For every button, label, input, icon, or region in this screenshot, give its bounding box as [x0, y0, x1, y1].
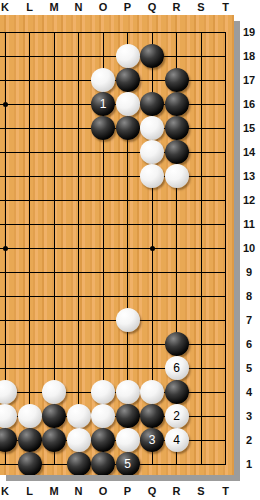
stone-white-O4[interactable]: [91, 380, 115, 404]
stone-white-P7[interactable]: [116, 308, 140, 332]
stone-black-L2[interactable]: [18, 428, 42, 452]
stone-white-P2[interactable]: [116, 428, 140, 452]
grid-hline-14: [0, 152, 226, 153]
row-label-5: 5: [238, 361, 260, 375]
stone-black-M2[interactable]: [42, 428, 66, 452]
col-label-top-L: L: [19, 0, 41, 14]
stone-black-Q18[interactable]: [140, 44, 164, 68]
grid-vline-N: [78, 32, 79, 465]
stone-black-N1[interactable]: [67, 452, 91, 475]
row-label-2: 2: [238, 433, 260, 447]
col-label-top-S: S: [190, 0, 212, 14]
row-label-6: 6: [238, 337, 260, 351]
row-label-19: 19: [238, 25, 260, 39]
stone-black-Q3[interactable]: [140, 404, 164, 428]
row-label-9: 9: [238, 265, 260, 279]
col-label-bottom-P: P: [117, 484, 139, 498]
go-board[interactable]: 162345: [0, 15, 234, 475]
star-point-Q10: [150, 246, 155, 251]
stone-black-Q2[interactable]: 3: [140, 428, 164, 452]
col-label-top-N: N: [68, 0, 90, 14]
grid-hline-18: [0, 56, 226, 57]
row-label-17: 17: [238, 73, 260, 87]
col-label-bottom-Q: Q: [141, 484, 163, 498]
col-label-bottom-R: R: [166, 484, 188, 498]
col-label-top-O: O: [92, 0, 114, 14]
stone-black-R15[interactable]: [165, 116, 189, 140]
grid-hline-12: [0, 200, 226, 201]
star-point-K16: [3, 102, 8, 107]
stone-black-R6[interactable]: [165, 332, 189, 356]
move-number-label: 2: [173, 409, 180, 423]
stone-black-P3[interactable]: [116, 404, 140, 428]
stone-black-P15[interactable]: [116, 116, 140, 140]
stone-black-M3[interactable]: [42, 404, 66, 428]
star-point-K10: [3, 246, 8, 251]
stone-white-N3[interactable]: [67, 404, 91, 428]
col-label-top-K: K: [0, 0, 16, 14]
move-number-label: 5: [124, 457, 131, 471]
grid-hline-19: [0, 32, 226, 33]
col-label-top-M: M: [43, 0, 65, 14]
col-label-bottom-T: T: [215, 484, 237, 498]
move-number-label: 3: [149, 433, 156, 447]
row-label-8: 8: [238, 289, 260, 303]
grid-hline-9: [0, 272, 226, 273]
stone-black-P1[interactable]: 5: [116, 452, 140, 475]
row-label-15: 15: [238, 121, 260, 135]
row-label-10: 10: [238, 241, 260, 255]
grid-vline-S: [201, 32, 202, 465]
grid-vline-T: [225, 32, 226, 465]
col-label-bottom-K: K: [0, 484, 16, 498]
stone-black-Q16[interactable]: [140, 92, 164, 116]
stone-white-L3[interactable]: [18, 404, 42, 428]
move-number-label: 1: [100, 97, 107, 111]
grid-hline-5: [0, 368, 226, 369]
row-label-14: 14: [238, 145, 260, 159]
stone-white-Q13[interactable]: [140, 164, 164, 188]
stone-black-R16[interactable]: [165, 92, 189, 116]
col-label-top-R: R: [166, 0, 188, 14]
row-label-11: 11: [238, 217, 260, 231]
stone-white-P4[interactable]: [116, 380, 140, 404]
stone-white-R13[interactable]: [165, 164, 189, 188]
grid-hline-6: [0, 344, 226, 345]
col-label-bottom-S: S: [190, 484, 212, 498]
move-number-label: 6: [173, 361, 180, 375]
stone-white-O3[interactable]: [91, 404, 115, 428]
grid-hline-11: [0, 224, 226, 225]
stone-white-R3[interactable]: 2: [165, 404, 189, 428]
stone-black-O2[interactable]: [91, 428, 115, 452]
col-label-bottom-L: L: [19, 484, 41, 498]
stone-white-K4[interactable]: [0, 380, 17, 404]
grid-hline-7: [0, 320, 226, 321]
row-label-16: 16: [238, 97, 260, 111]
stone-white-Q14[interactable]: [140, 140, 164, 164]
col-label-top-P: P: [117, 0, 139, 14]
stone-white-R2[interactable]: 4: [165, 428, 189, 452]
row-label-4: 4: [238, 385, 260, 399]
go-diagram: KLMNOPQRST 162345 1918171615141312111098…: [0, 0, 260, 500]
stone-white-R5[interactable]: 6: [165, 356, 189, 380]
stone-black-R4[interactable]: [165, 380, 189, 404]
grid-hline-8: [0, 296, 226, 297]
grid-vline-L: [29, 32, 30, 465]
row-label-3: 3: [238, 409, 260, 423]
grid-hline-13: [0, 176, 226, 177]
row-label-18: 18: [238, 49, 260, 63]
stone-white-N2[interactable]: [67, 428, 91, 452]
stone-white-M4[interactable]: [42, 380, 66, 404]
col-label-bottom-O: O: [92, 484, 114, 498]
row-label-12: 12: [238, 193, 260, 207]
stone-black-K2[interactable]: [0, 428, 17, 452]
row-label-7: 7: [238, 313, 260, 327]
grid-hline-10: [0, 248, 226, 249]
col-label-bottom-M: M: [43, 484, 65, 498]
stone-white-O17[interactable]: [91, 68, 115, 92]
stone-white-Q15[interactable]: [140, 116, 164, 140]
stone-black-O1[interactable]: [91, 452, 115, 475]
stone-white-K3[interactable]: [0, 404, 17, 428]
row-label-1: 1: [238, 457, 260, 471]
row-label-13: 13: [238, 169, 260, 183]
stone-white-P18[interactable]: [116, 44, 140, 68]
stone-black-L1[interactable]: [18, 452, 42, 475]
stone-black-R17[interactable]: [165, 68, 189, 92]
stone-black-O15[interactable]: [91, 116, 115, 140]
stone-white-Q4[interactable]: [140, 380, 164, 404]
stone-white-P16[interactable]: [116, 92, 140, 116]
move-number-label: 4: [173, 433, 180, 447]
stone-black-R14[interactable]: [165, 140, 189, 164]
stone-black-P17[interactable]: [116, 68, 140, 92]
col-label-top-T: T: [215, 0, 237, 14]
col-label-top-Q: Q: [141, 0, 163, 14]
col-label-bottom-N: N: [68, 484, 90, 498]
stone-black-O16[interactable]: 1: [91, 92, 115, 116]
